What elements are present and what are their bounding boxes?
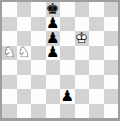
square-g5[interactable] bbox=[89, 46, 104, 61]
square-e6[interactable] bbox=[60, 31, 75, 46]
square-c6[interactable] bbox=[31, 31, 46, 46]
square-c5[interactable] bbox=[31, 46, 46, 61]
square-e8[interactable] bbox=[60, 2, 75, 17]
black-king-glyph: ♚ bbox=[46, 2, 61, 17]
white-king-piece[interactable]: ♚♔ bbox=[75, 31, 90, 46]
white-knight-piece[interactable]: ♞♘ bbox=[2, 46, 17, 61]
square-a8[interactable] bbox=[2, 2, 17, 17]
square-f8[interactable] bbox=[75, 2, 90, 17]
square-a5[interactable]: ♞♘ bbox=[2, 46, 17, 61]
black-pawn-piece[interactable]: ♟ bbox=[46, 46, 61, 61]
square-g4[interactable] bbox=[89, 60, 104, 75]
square-h6[interactable] bbox=[104, 31, 119, 46]
black-pawn-piece[interactable]: ♟ bbox=[46, 17, 61, 32]
square-d3[interactable] bbox=[46, 75, 61, 90]
square-e4[interactable] bbox=[60, 60, 75, 75]
square-f4[interactable] bbox=[75, 60, 90, 75]
square-h5[interactable] bbox=[104, 46, 119, 61]
square-h2[interactable] bbox=[104, 89, 119, 104]
square-c4[interactable] bbox=[31, 60, 46, 75]
square-a6[interactable] bbox=[2, 31, 17, 46]
square-g8[interactable] bbox=[89, 2, 104, 17]
square-h7[interactable] bbox=[104, 17, 119, 32]
square-a2[interactable] bbox=[2, 89, 17, 104]
square-b3[interactable] bbox=[17, 75, 32, 90]
square-f5[interactable] bbox=[75, 46, 90, 61]
square-h4[interactable] bbox=[104, 60, 119, 75]
square-f1[interactable] bbox=[75, 104, 90, 119]
square-c3[interactable] bbox=[31, 75, 46, 90]
square-a4[interactable] bbox=[2, 60, 17, 75]
chess-board: ♚♟♟♚♔♞♘♞♘♟♟ bbox=[0, 0, 120, 121]
square-f7[interactable] bbox=[75, 17, 90, 32]
square-d7[interactable]: ♟ bbox=[46, 17, 61, 32]
square-h8[interactable] bbox=[104, 2, 119, 17]
square-g2[interactable] bbox=[89, 89, 104, 104]
square-d5[interactable]: ♟ bbox=[46, 46, 61, 61]
square-e7[interactable] bbox=[60, 17, 75, 32]
square-e3[interactable] bbox=[60, 75, 75, 90]
square-b4[interactable] bbox=[17, 60, 32, 75]
square-g6[interactable] bbox=[89, 31, 104, 46]
square-h3[interactable] bbox=[104, 75, 119, 90]
white-knight-glyph: ♘ bbox=[2, 46, 17, 61]
square-g7[interactable] bbox=[89, 17, 104, 32]
square-c7[interactable] bbox=[31, 17, 46, 32]
square-a1[interactable] bbox=[2, 104, 17, 119]
black-pawn-glyph: ♟ bbox=[60, 89, 75, 104]
square-f3[interactable] bbox=[75, 75, 90, 90]
square-e1[interactable] bbox=[60, 104, 75, 119]
black-pawn-glyph: ♟ bbox=[46, 17, 61, 32]
square-b1[interactable] bbox=[17, 104, 32, 119]
black-pawn-glyph: ♟ bbox=[46, 46, 61, 61]
square-f6[interactable]: ♚♔ bbox=[75, 31, 90, 46]
square-b5[interactable]: ♞♘ bbox=[17, 46, 32, 61]
black-king-piece[interactable]: ♚ bbox=[46, 2, 61, 17]
black-pawn-piece[interactable]: ♟ bbox=[60, 89, 75, 104]
white-king-glyph: ♔ bbox=[75, 31, 90, 46]
square-b6[interactable] bbox=[17, 31, 32, 46]
square-e5[interactable] bbox=[60, 46, 75, 61]
white-knight-glyph: ♘ bbox=[17, 46, 32, 61]
square-g1[interactable] bbox=[89, 104, 104, 119]
square-c8[interactable] bbox=[31, 2, 46, 17]
square-b2[interactable] bbox=[17, 89, 32, 104]
board-grid: ♚♟♟♚♔♞♘♞♘♟♟ bbox=[2, 2, 118, 118]
square-b7[interactable] bbox=[17, 17, 32, 32]
square-d1[interactable] bbox=[46, 104, 61, 119]
square-g3[interactable] bbox=[89, 75, 104, 90]
square-a3[interactable] bbox=[2, 75, 17, 90]
square-d8[interactable]: ♚ bbox=[46, 2, 61, 17]
square-c1[interactable] bbox=[31, 104, 46, 119]
square-e2[interactable]: ♟ bbox=[60, 89, 75, 104]
square-d4[interactable] bbox=[46, 60, 61, 75]
black-pawn-piece[interactable]: ♟ bbox=[46, 31, 61, 46]
square-a7[interactable] bbox=[2, 17, 17, 32]
square-d2[interactable] bbox=[46, 89, 61, 104]
white-knight-piece[interactable]: ♞♘ bbox=[17, 46, 32, 61]
square-b8[interactable] bbox=[17, 2, 32, 17]
square-h1[interactable] bbox=[104, 104, 119, 119]
square-d6[interactable]: ♟ bbox=[46, 31, 61, 46]
square-c2[interactable] bbox=[31, 89, 46, 104]
black-pawn-glyph: ♟ bbox=[46, 31, 61, 46]
square-f2[interactable] bbox=[75, 89, 90, 104]
